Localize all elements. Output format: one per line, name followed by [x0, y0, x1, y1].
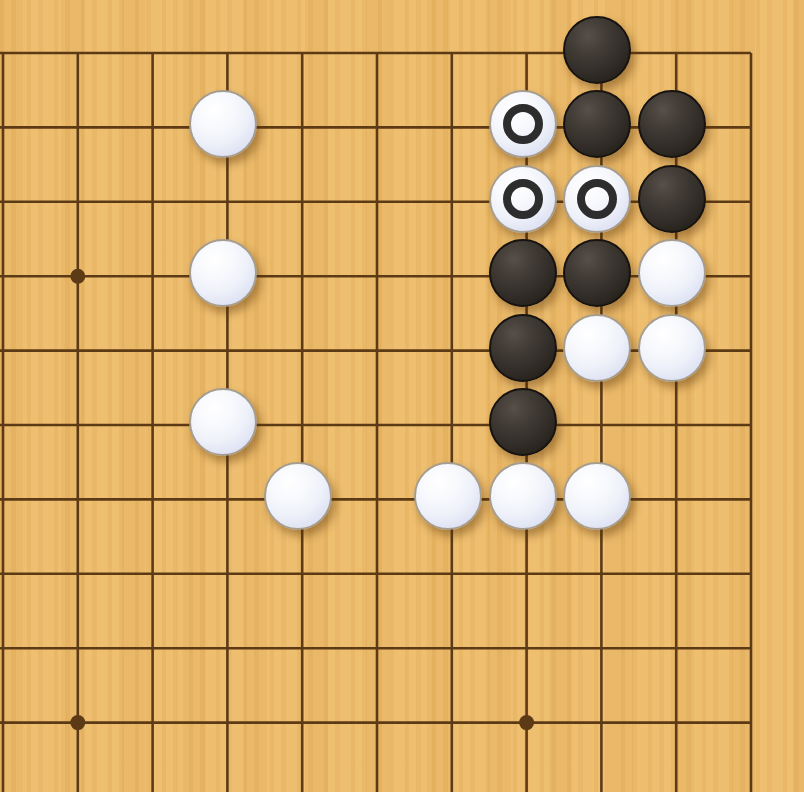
- circle-marker-icon: [503, 179, 543, 219]
- white-stone-P13[interactable]: [414, 462, 482, 530]
- white-stone-S16[interactable]: [638, 239, 706, 307]
- circle-marker-icon: [577, 179, 617, 219]
- black-stone-R19[interactable]: [563, 16, 631, 84]
- white-stone-M14[interactable]: [189, 388, 257, 456]
- white-stone-S15[interactable]: [638, 314, 706, 382]
- white-stone-R17[interactable]: [563, 165, 631, 233]
- white-stone-Q17[interactable]: [489, 165, 557, 233]
- go-board[interactable]: [0, 0, 804, 792]
- black-stone-R16[interactable]: [563, 239, 631, 307]
- white-stone-R15[interactable]: [563, 314, 631, 382]
- white-stone-Q18[interactable]: [489, 90, 557, 158]
- white-stone-Q13[interactable]: [489, 462, 557, 530]
- circle-marker-icon: [503, 104, 543, 144]
- stones-layer: [0, 0, 804, 792]
- black-stone-Q15[interactable]: [489, 314, 557, 382]
- white-stone-M18[interactable]: [189, 90, 257, 158]
- black-stone-S17[interactable]: [638, 165, 706, 233]
- white-stone-N13[interactable]: [264, 462, 332, 530]
- black-stone-Q16[interactable]: [489, 239, 557, 307]
- black-stone-R18[interactable]: [563, 90, 631, 158]
- white-stone-R13[interactable]: [563, 462, 631, 530]
- black-stone-S18[interactable]: [638, 90, 706, 158]
- white-stone-M16[interactable]: [189, 239, 257, 307]
- black-stone-Q14[interactable]: [489, 388, 557, 456]
